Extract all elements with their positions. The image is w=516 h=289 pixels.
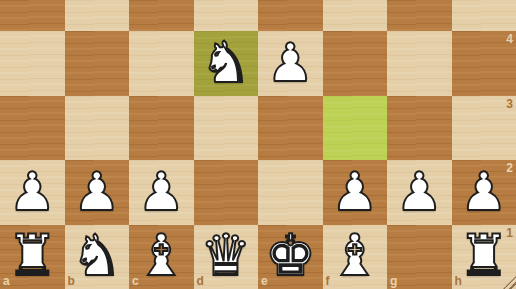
piece-white-pawn[interactable]: ♟ bbox=[137, 165, 185, 218]
square-b5[interactable] bbox=[65, 0, 130, 31]
square-g5[interactable] bbox=[387, 0, 452, 31]
square-e4[interactable]: ♟ bbox=[258, 31, 323, 96]
square-g4[interactable] bbox=[387, 31, 452, 96]
piece-white-pawn[interactable]: ♟ bbox=[8, 165, 56, 218]
square-d2[interactable] bbox=[194, 160, 259, 225]
square-f3-lastmove-from[interactable] bbox=[323, 96, 388, 161]
square-h3[interactable]: 3 bbox=[452, 96, 516, 161]
square-b1[interactable]: b ♞ bbox=[65, 225, 130, 289]
square-c4[interactable] bbox=[129, 31, 194, 96]
square-g1[interactable]: g bbox=[387, 225, 452, 289]
piece-white-pawn[interactable]: ♟ bbox=[73, 165, 121, 218]
square-d5[interactable] bbox=[194, 0, 259, 31]
square-d4-lastmove-to[interactable]: ♞ bbox=[194, 31, 259, 96]
rank-label-4: 4 bbox=[506, 33, 513, 45]
piece-white-king[interactable]: ♚ bbox=[265, 227, 316, 284]
rank-label-3: 3 bbox=[506, 98, 513, 110]
square-e5[interactable] bbox=[258, 0, 323, 31]
piece-white-knight[interactable]: ♞ bbox=[71, 227, 122, 284]
square-a2[interactable]: ♟ bbox=[0, 160, 65, 225]
piece-white-pawn[interactable]: ♟ bbox=[460, 165, 508, 218]
piece-white-bishop[interactable]: ♝ bbox=[136, 227, 187, 284]
piece-white-pawn[interactable]: ♟ bbox=[266, 36, 314, 89]
square-b4[interactable] bbox=[65, 31, 130, 96]
square-f5[interactable] bbox=[323, 0, 388, 31]
square-a5[interactable] bbox=[0, 0, 65, 31]
square-h5[interactable] bbox=[452, 0, 516, 31]
square-e3[interactable] bbox=[258, 96, 323, 161]
square-c2[interactable]: ♟ bbox=[129, 160, 194, 225]
piece-white-pawn[interactable]: ♟ bbox=[331, 165, 379, 218]
square-a1[interactable]: a ♜ bbox=[0, 225, 65, 289]
chess-board: ♞ ♟ 4 3 ♟ ♟ ♟ ♟ bbox=[0, 0, 516, 289]
square-h2[interactable]: 2 ♟ bbox=[452, 160, 516, 225]
square-h1[interactable]: h 1 ♜ bbox=[452, 225, 516, 289]
square-b3[interactable] bbox=[65, 96, 130, 161]
square-e1[interactable]: e ♚ bbox=[258, 225, 323, 289]
square-a3[interactable] bbox=[0, 96, 65, 161]
piece-white-rook[interactable]: ♜ bbox=[458, 227, 509, 284]
square-h4[interactable]: 4 bbox=[452, 31, 516, 96]
piece-white-pawn[interactable]: ♟ bbox=[395, 165, 443, 218]
square-c3[interactable] bbox=[129, 96, 194, 161]
square-c5[interactable] bbox=[129, 0, 194, 31]
square-f1[interactable]: f ♝ bbox=[323, 225, 388, 289]
square-f2[interactable]: ♟ bbox=[323, 160, 388, 225]
square-d1[interactable]: d ♛ bbox=[194, 225, 259, 289]
file-label-g: g bbox=[390, 275, 397, 287]
piece-white-rook[interactable]: ♜ bbox=[7, 227, 58, 284]
square-c1[interactable]: c ♝ bbox=[129, 225, 194, 289]
piece-white-queen[interactable]: ♛ bbox=[200, 227, 251, 284]
square-a4[interactable] bbox=[0, 31, 65, 96]
piece-white-bishop[interactable]: ♝ bbox=[329, 227, 380, 284]
square-g3[interactable] bbox=[387, 96, 452, 161]
square-d3[interactable] bbox=[194, 96, 259, 161]
square-g2[interactable]: ♟ bbox=[387, 160, 452, 225]
square-f4[interactable] bbox=[323, 31, 388, 96]
piece-white-knight[interactable]: ♞ bbox=[200, 34, 251, 91]
square-e2[interactable] bbox=[258, 160, 323, 225]
chess-board-screenshot: ♞ ♟ 4 3 ♟ ♟ ♟ ♟ bbox=[0, 0, 516, 289]
square-b2[interactable]: ♟ bbox=[65, 160, 130, 225]
